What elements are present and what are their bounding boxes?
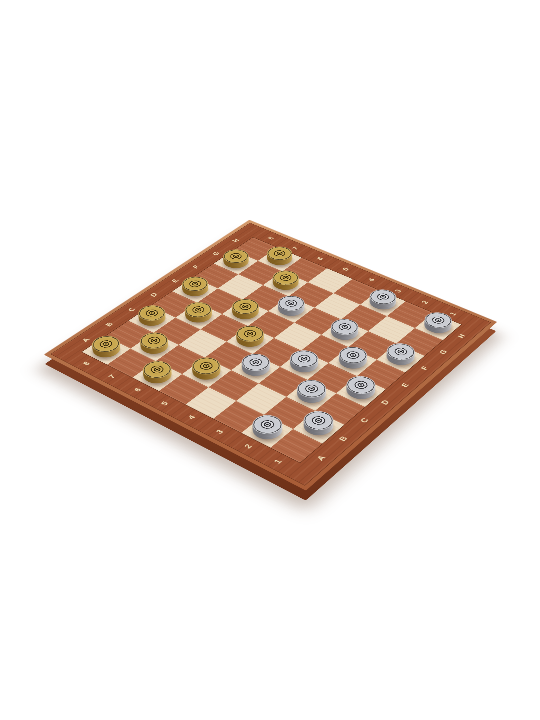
rank-label-2-fileH-edge: 2 [417,298,432,307]
silver-checker-a2[interactable] [246,418,287,445]
silver-checker-c4[interactable] [236,357,275,381]
silver-checker-e2[interactable] [333,350,372,373]
rank-label-1-fileH-edge: 1 [445,309,461,318]
gold-checker-a8[interactable] [87,339,126,362]
file-label-B-rank8-edge: B [101,320,117,329]
rank-label-8-fileH-edge: 8 [264,234,279,242]
rank-label-3-fileH-edge: 3 [390,287,405,296]
rank-label-4-fileH-edge: 4 [364,276,379,284]
file-label-E-rank8-edge: E [167,276,182,285]
rank-label-6-fileH-edge: 6 [313,255,328,263]
silver-checker-d1[interactable] [341,379,381,404]
gold-checker-d5[interactable] [231,329,269,351]
checkers-board: 8877665544332211HHGGFFEEDDCCBBAA [44,220,498,491]
file-label-H-rank8-edge: H [228,237,243,245]
gold-checker-b7[interactable] [135,335,174,358]
gold-checker-b5[interactable] [187,360,226,384]
file-label-F-rank8-edge: F [188,263,203,271]
silver-checker-c2[interactable] [291,383,331,408]
file-label-C-rank8-edge: C [124,305,140,314]
silver-checker-b1[interactable] [298,414,339,440]
product-photo-canvas: 8877665544332211HHGGFFEEDDCCBBAA [0,0,540,720]
file-label-G-rank8-edge: G [209,249,224,257]
silver-checker-f1[interactable] [381,346,419,369]
rank-label-5-fileH-edge: 5 [338,265,353,273]
file-label-D-rank8-edge: D [146,290,162,299]
gold-checker-a6[interactable] [137,364,177,388]
silver-checker-d3[interactable] [285,353,324,377]
rank-label-7-fileH-edge: 7 [288,244,303,252]
